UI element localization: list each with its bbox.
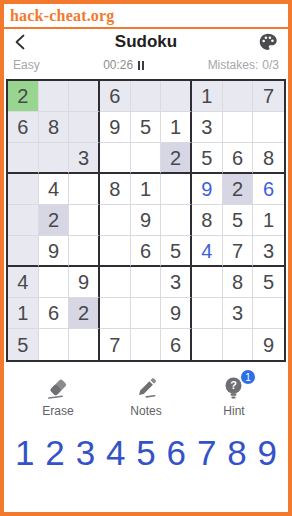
cell-r3c2[interactable] bbox=[39, 143, 70, 174]
cell-r1c7[interactable]: 1 bbox=[192, 81, 223, 112]
cell-r2c2[interactable]: 8 bbox=[39, 112, 70, 143]
cell-r2c4[interactable]: 9 bbox=[100, 112, 131, 143]
header: Sudoku bbox=[4, 29, 288, 55]
numpad-4[interactable]: 4 bbox=[106, 435, 125, 470]
cell-r7c7[interactable] bbox=[192, 267, 223, 298]
cell-r5c9[interactable]: 1 bbox=[253, 205, 284, 236]
cell-r3c7[interactable]: 5 bbox=[192, 143, 223, 174]
cell-r6c3[interactable] bbox=[69, 236, 100, 267]
pause-button[interactable] bbox=[138, 61, 144, 70]
cell-r5c2[interactable]: 2 bbox=[39, 205, 70, 236]
back-button[interactable] bbox=[12, 33, 30, 51]
cell-r9c5[interactable] bbox=[131, 329, 162, 360]
timer-value: 00:26 bbox=[103, 58, 133, 72]
cell-r6c9[interactable]: 3 bbox=[253, 236, 284, 267]
mistakes-counter: Mistakes: 0/3 bbox=[208, 58, 279, 72]
numpad-9[interactable]: 9 bbox=[258, 435, 277, 470]
cell-r6c2[interactable]: 9 bbox=[39, 236, 70, 267]
cell-r4c9[interactable]: 6 bbox=[253, 174, 284, 205]
hint-label: Hint bbox=[223, 404, 244, 418]
numpad-7[interactable]: 7 bbox=[197, 435, 216, 470]
cell-r5c8[interactable]: 5 bbox=[223, 205, 254, 236]
cell-r4c2[interactable]: 4 bbox=[39, 174, 70, 205]
cell-r3c1[interactable] bbox=[8, 143, 39, 174]
cell-r7c1[interactable]: 4 bbox=[8, 267, 39, 298]
cell-r1c8[interactable] bbox=[223, 81, 254, 112]
erase-button[interactable]: Erase bbox=[36, 375, 80, 418]
cell-r8c2[interactable]: 6 bbox=[39, 298, 70, 329]
cell-r9c4[interactable]: 7 bbox=[100, 329, 131, 360]
cell-r9c6[interactable]: 6 bbox=[161, 329, 192, 360]
timer: 00:26 bbox=[103, 58, 144, 72]
notes-button[interactable]: Notes bbox=[124, 375, 168, 418]
numpad-2[interactable]: 2 bbox=[45, 435, 64, 470]
cell-r8c6[interactable]: 9 bbox=[161, 298, 192, 329]
pencil-icon bbox=[133, 375, 159, 401]
cell-r7c5[interactable] bbox=[131, 267, 162, 298]
cell-r2c3[interactable] bbox=[69, 112, 100, 143]
cell-r7c3[interactable]: 9 bbox=[69, 267, 100, 298]
cell-r1c6[interactable] bbox=[161, 81, 192, 112]
sudoku-board: 2617689513325684819262985196547349385162… bbox=[6, 79, 286, 362]
cell-r2c7[interactable]: 3 bbox=[192, 112, 223, 143]
cell-r6c5[interactable]: 6 bbox=[131, 236, 162, 267]
cell-r4c7[interactable]: 9 bbox=[192, 174, 223, 205]
cell-r4c1[interactable] bbox=[8, 174, 39, 205]
cell-r3c9[interactable]: 8 bbox=[253, 143, 284, 174]
cell-r8c1[interactable]: 1 bbox=[8, 298, 39, 329]
cell-r3c4[interactable] bbox=[100, 143, 131, 174]
cell-r5c4[interactable] bbox=[100, 205, 131, 236]
cell-r2c1[interactable]: 6 bbox=[8, 112, 39, 143]
notes-label: Notes bbox=[130, 404, 161, 418]
cell-r2c5[interactable]: 5 bbox=[131, 112, 162, 143]
cell-r5c5[interactable]: 9 bbox=[131, 205, 162, 236]
palette-icon bbox=[257, 31, 279, 53]
cell-r9c9[interactable]: 9 bbox=[253, 329, 284, 360]
cell-r9c3[interactable] bbox=[69, 329, 100, 360]
toolbar: Erase Notes ? 1 Hint bbox=[4, 375, 288, 418]
mistakes-label: Mistakes: bbox=[208, 58, 259, 72]
cell-r3c3[interactable]: 3 bbox=[69, 143, 100, 174]
cell-r8c5[interactable] bbox=[131, 298, 162, 329]
numpad-1[interactable]: 1 bbox=[15, 435, 34, 470]
cell-r4c4[interactable]: 8 bbox=[100, 174, 131, 205]
hint-button[interactable]: ? 1 Hint bbox=[212, 375, 256, 418]
cell-r7c8[interactable]: 8 bbox=[223, 267, 254, 298]
cell-r9c8[interactable] bbox=[223, 329, 254, 360]
hint-bulb-icon: ? 1 bbox=[221, 375, 247, 401]
cell-r1c1[interactable]: 2 bbox=[8, 81, 39, 112]
cell-r6c1[interactable] bbox=[8, 236, 39, 267]
cell-r8c4[interactable] bbox=[100, 298, 131, 329]
site-banner: hack-cheat.org bbox=[4, 4, 288, 29]
cell-r2c9[interactable] bbox=[253, 112, 284, 143]
numpad-8[interactable]: 8 bbox=[227, 435, 246, 470]
theme-palette-button[interactable] bbox=[257, 31, 279, 53]
cell-r8c3[interactable]: 2 bbox=[69, 298, 100, 329]
cell-r7c6[interactable]: 3 bbox=[161, 267, 192, 298]
cell-r1c9[interactable]: 7 bbox=[253, 81, 284, 112]
mistakes-value: 0/3 bbox=[262, 58, 279, 72]
cell-r4c3[interactable] bbox=[69, 174, 100, 205]
cell-r1c5[interactable] bbox=[131, 81, 162, 112]
cell-r9c2[interactable] bbox=[39, 329, 70, 360]
numpad-5[interactable]: 5 bbox=[136, 435, 155, 470]
cell-r7c9[interactable]: 5 bbox=[253, 267, 284, 298]
cell-r6c7[interactable]: 4 bbox=[192, 236, 223, 267]
status-bar: Easy 00:26 Mistakes: 0/3 bbox=[4, 56, 288, 74]
cell-r5c1[interactable] bbox=[8, 205, 39, 236]
cell-r2c6[interactable]: 1 bbox=[161, 112, 192, 143]
cell-r3c5[interactable] bbox=[131, 143, 162, 174]
cell-r3c8[interactable]: 6 bbox=[223, 143, 254, 174]
cell-r5c7[interactable]: 8 bbox=[192, 205, 223, 236]
cell-r2c8[interactable] bbox=[223, 112, 254, 143]
cell-r7c2[interactable] bbox=[39, 267, 70, 298]
cell-r6c4[interactable] bbox=[100, 236, 131, 267]
cell-r3c6[interactable]: 2 bbox=[161, 143, 192, 174]
cell-r8c7[interactable] bbox=[192, 298, 223, 329]
cell-r9c7[interactable] bbox=[192, 329, 223, 360]
numpad-6[interactable]: 6 bbox=[167, 435, 186, 470]
page-title: Sudoku bbox=[115, 32, 177, 52]
cell-r4c6[interactable] bbox=[161, 174, 192, 205]
cell-r8c8[interactable]: 3 bbox=[223, 298, 254, 329]
cell-r1c3[interactable] bbox=[69, 81, 100, 112]
cell-r4c5[interactable]: 1 bbox=[131, 174, 162, 205]
erase-label: Erase bbox=[42, 404, 73, 418]
app-frame: hack-cheat.org Sudoku Easy 00:26 Mistake… bbox=[0, 0, 292, 516]
cell-r9c1[interactable]: 5 bbox=[8, 329, 39, 360]
number-pad: 123456789 bbox=[4, 435, 288, 470]
site-banner-text: hack-cheat.org bbox=[10, 7, 115, 25]
eraser-icon bbox=[45, 375, 71, 401]
cell-r1c4[interactable]: 6 bbox=[100, 81, 131, 112]
hint-badge: 1 bbox=[241, 370, 255, 384]
cell-r1c2[interactable] bbox=[39, 81, 70, 112]
cell-r8c9[interactable] bbox=[253, 298, 284, 329]
cell-r6c8[interactable]: 7 bbox=[223, 236, 254, 267]
difficulty-label: Easy bbox=[13, 58, 40, 72]
numpad-3[interactable]: 3 bbox=[76, 435, 95, 470]
svg-text:?: ? bbox=[230, 379, 237, 391]
cell-r5c6[interactable] bbox=[161, 205, 192, 236]
cell-r6c6[interactable]: 5 bbox=[161, 236, 192, 267]
cell-r5c3[interactable] bbox=[69, 205, 100, 236]
cell-r4c8[interactable]: 2 bbox=[223, 174, 254, 205]
cell-r7c4[interactable] bbox=[100, 267, 131, 298]
chevron-left-icon bbox=[12, 33, 30, 51]
